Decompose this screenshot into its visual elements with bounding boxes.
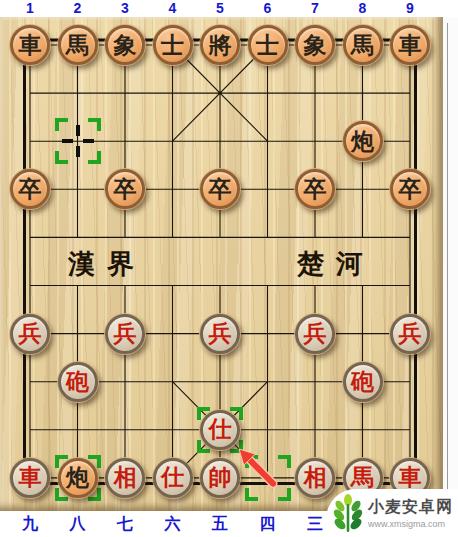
piece-black-horse[interactable]: 馬	[343, 25, 383, 65]
watermark-site-url: www.xmsigma.com	[368, 519, 453, 529]
piece-black-advisor[interactable]: 士	[153, 25, 193, 65]
board-grid: 車馬象士將士象馬車炮卒卒卒卒卒兵兵兵兵兵砲砲仕車炮相仕帥相馬車	[6, 21, 434, 502]
file-label-top-5: 5	[209, 0, 231, 17]
piece-red-advisor[interactable]: 仕	[200, 410, 240, 450]
piece-red-soldier[interactable]: 兵	[105, 314, 145, 354]
top-file-labels: 123456789	[0, 0, 458, 17]
piece-red-soldier[interactable]: 兵	[295, 314, 335, 354]
piece-red-general[interactable]: 帥	[200, 458, 240, 498]
piece-black-horse[interactable]: 馬	[58, 25, 98, 65]
piece-red-elephant[interactable]: 相	[105, 458, 145, 498]
watermark-badge: 小麦安卓网 www.xmsigma.com	[326, 489, 458, 537]
crosshair-cursor-icon	[61, 124, 95, 158]
file-label-top-4: 4	[162, 0, 184, 17]
file-label-top-1: 1	[19, 0, 41, 17]
piece-red-soldier[interactable]: 兵	[390, 314, 430, 354]
piece-black-advisor[interactable]: 士	[248, 25, 288, 65]
file-label-top-7: 7	[304, 0, 326, 17]
file-label-bottom-4: 六	[162, 511, 184, 536]
file-label-bottom-7: 三	[304, 511, 326, 536]
piece-black-chariot[interactable]: 車	[390, 25, 430, 65]
file-label-bottom-3: 七	[114, 511, 136, 536]
right-gutter	[443, 17, 458, 511]
piece-red-elephant[interactable]: 相	[295, 458, 335, 498]
file-label-bottom-5: 五	[209, 511, 231, 536]
piece-black-elephant[interactable]: 象	[295, 25, 335, 65]
piece-red-advisor[interactable]: 仕	[153, 458, 193, 498]
piece-black-cannon[interactable]: 炮	[343, 121, 383, 161]
watermark-site-name: 小麦安卓网	[368, 497, 453, 518]
piece-black-cannon[interactable]: 炮	[58, 458, 98, 498]
piece-black-soldier[interactable]: 卒	[295, 169, 335, 209]
piece-black-soldier[interactable]: 卒	[105, 169, 145, 209]
piece-black-soldier[interactable]: 卒	[200, 169, 240, 209]
file-label-top-6: 6	[257, 0, 279, 17]
file-label-bottom-2: 八	[67, 511, 89, 536]
piece-black-chariot[interactable]: 車	[10, 25, 50, 65]
gutter-divider	[447, 23, 448, 511]
piece-red-chariot[interactable]: 車	[10, 458, 50, 498]
file-label-top-8: 8	[352, 0, 374, 17]
piece-red-soldier[interactable]: 兵	[10, 314, 50, 354]
file-label-top-9: 9	[399, 0, 421, 17]
move-highlight-bracket	[245, 455, 291, 501]
piece-red-cannon[interactable]: 砲	[58, 362, 98, 402]
piece-red-soldier[interactable]: 兵	[200, 314, 240, 354]
xiangqi-app-screen: 漢界 楚河 車馬象士將士象馬車炮卒卒卒卒卒兵兵兵兵兵砲砲仕車炮相仕帥相馬車 12…	[0, 0, 458, 537]
piece-black-soldier[interactable]: 卒	[390, 169, 430, 209]
file-label-top-3: 3	[114, 0, 136, 17]
wheat-logo-icon	[331, 494, 365, 532]
piece-black-soldier[interactable]: 卒	[10, 169, 50, 209]
piece-black-general[interactable]: 將	[200, 25, 240, 65]
piece-red-cannon[interactable]: 砲	[343, 362, 383, 402]
piece-black-elephant[interactable]: 象	[105, 25, 145, 65]
file-label-top-2: 2	[67, 0, 89, 17]
file-label-bottom-1: 九	[19, 511, 41, 536]
file-label-bottom-6: 四	[257, 511, 279, 536]
